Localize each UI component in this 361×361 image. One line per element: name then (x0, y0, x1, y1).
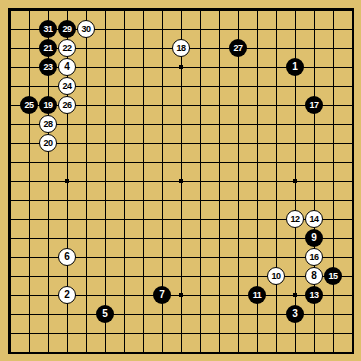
grid-line-vertical (333, 10, 334, 353)
grid-line-horizontal (10, 333, 353, 334)
stone-black-7: 7 (153, 286, 171, 304)
stone-black-13: 13 (305, 286, 323, 304)
stone-white-8: 8 (305, 267, 323, 285)
stone-black-25: 25 (20, 96, 38, 114)
grid-line-vertical (352, 10, 353, 353)
grid-line-vertical (200, 10, 201, 353)
star-point (65, 179, 69, 183)
stone-black-11: 11 (248, 286, 266, 304)
stone-black-23: 23 (39, 58, 57, 76)
stone-black-9: 9 (305, 229, 323, 247)
grid-line-vertical (219, 10, 220, 353)
stone-black-15: 15 (324, 267, 342, 285)
stone-white-30: 30 (77, 20, 95, 38)
stone-white-12: 12 (286, 210, 304, 228)
stone-white-14: 14 (305, 210, 323, 228)
star-point (293, 293, 297, 297)
stone-black-21: 21 (39, 39, 57, 57)
stone-white-4: 4 (58, 58, 76, 76)
star-point (293, 179, 297, 183)
stone-white-16: 16 (305, 248, 323, 266)
stone-black-27: 27 (229, 39, 247, 57)
stone-white-10: 10 (267, 267, 285, 285)
stone-black-31: 31 (39, 20, 57, 38)
grid-line-vertical (276, 10, 277, 353)
grid-line-horizontal (10, 200, 353, 201)
stone-white-2: 2 (58, 286, 76, 304)
star-point (179, 293, 183, 297)
stone-black-3: 3 (286, 305, 304, 323)
stone-black-1: 1 (286, 58, 304, 76)
grid-line-horizontal (10, 352, 353, 353)
go-board: 1234567891011121314151617181920212223242… (0, 0, 361, 361)
grid-line-horizontal (10, 276, 353, 277)
stone-white-6: 6 (58, 248, 76, 266)
stone-black-5: 5 (96, 305, 114, 323)
star-point (179, 65, 183, 69)
stone-white-18: 18 (172, 39, 190, 57)
grid-line-vertical (238, 10, 239, 353)
grid-line-horizontal (10, 238, 353, 239)
stone-white-24: 24 (58, 77, 76, 95)
stone-black-29: 29 (58, 20, 76, 38)
stone-white-20: 20 (39, 134, 57, 152)
stone-black-19: 19 (39, 96, 57, 114)
stone-white-28: 28 (39, 115, 57, 133)
stone-black-17: 17 (305, 96, 323, 114)
star-point (179, 179, 183, 183)
stone-white-22: 22 (58, 39, 76, 57)
stone-white-26: 26 (58, 96, 76, 114)
